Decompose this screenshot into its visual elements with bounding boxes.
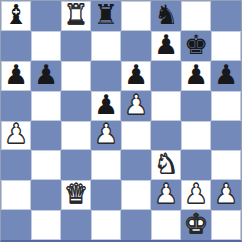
square-a8[interactable]: ♝ [1,1,31,31]
square-h7[interactable] [211,31,241,61]
square-b3[interactable] [31,150,61,180]
square-e2[interactable] [121,180,151,210]
square-f7[interactable]: ♟ [151,31,181,61]
chess-board: ♝♜♜♞♟♚♟♟♟♟♟♟♟♟♟♞♛♟♟♟♚ [0,0,242,242]
square-b5[interactable] [31,91,61,121]
square-f4[interactable] [151,121,181,151]
square-h5[interactable] [211,91,241,121]
square-d5[interactable]: ♟ [91,91,121,121]
black-pawn[interactable]: ♟ [154,31,178,60]
white-rook[interactable]: ♜ [64,1,88,30]
square-h1[interactable] [211,210,241,240]
square-f3[interactable]: ♞ [151,150,181,180]
square-d8[interactable]: ♜ [91,1,121,31]
white-pawn[interactable]: ♟ [184,180,208,209]
square-e1[interactable] [121,210,151,240]
square-g3[interactable] [181,150,211,180]
square-b8[interactable] [31,1,61,31]
black-pawn[interactable]: ♟ [184,61,208,90]
square-d4[interactable]: ♟ [91,121,121,151]
black-pawn[interactable]: ♟ [124,61,148,90]
square-h4[interactable] [211,121,241,151]
square-c6[interactable] [61,61,91,91]
square-a5[interactable] [1,91,31,121]
square-b7[interactable] [31,31,61,61]
square-b1[interactable] [31,210,61,240]
black-knight[interactable]: ♞ [154,1,178,30]
white-pawn[interactable]: ♟ [94,121,118,150]
black-rook[interactable]: ♜ [94,1,118,30]
square-h8[interactable] [211,1,241,31]
square-f8[interactable]: ♞ [151,1,181,31]
white-pawn[interactable]: ♟ [154,180,178,209]
square-a4[interactable]: ♟ [1,121,31,151]
white-pawn[interactable]: ♟ [4,121,28,150]
square-e4[interactable] [121,121,151,151]
square-b4[interactable] [31,121,61,151]
square-g5[interactable] [181,91,211,121]
black-pawn[interactable]: ♟ [214,61,238,90]
white-queen[interactable]: ♛ [64,180,88,209]
square-a7[interactable] [1,31,31,61]
square-e5[interactable]: ♟ [121,91,151,121]
square-d3[interactable] [91,150,121,180]
square-c7[interactable] [61,31,91,61]
square-b2[interactable] [31,180,61,210]
white-king[interactable]: ♚ [184,210,208,239]
square-c8[interactable]: ♜ [61,1,91,31]
square-h6[interactable]: ♟ [211,61,241,91]
square-d1[interactable] [91,210,121,240]
square-e6[interactable]: ♟ [121,61,151,91]
square-c1[interactable] [61,210,91,240]
square-h2[interactable]: ♟ [211,180,241,210]
square-g7[interactable]: ♚ [181,31,211,61]
white-knight[interactable]: ♞ [154,150,178,179]
square-e3[interactable] [121,150,151,180]
square-c2[interactable]: ♛ [61,180,91,210]
black-pawn[interactable]: ♟ [94,91,118,120]
white-pawn[interactable]: ♟ [124,91,148,120]
square-d2[interactable] [91,180,121,210]
square-a3[interactable] [1,150,31,180]
square-c5[interactable] [61,91,91,121]
square-e7[interactable] [121,31,151,61]
black-pawn[interactable]: ♟ [4,61,28,90]
square-e8[interactable] [121,1,151,31]
square-f1[interactable] [151,210,181,240]
square-a1[interactable] [1,210,31,240]
square-c3[interactable] [61,150,91,180]
black-pawn[interactable]: ♟ [34,61,58,90]
square-d7[interactable] [91,31,121,61]
square-a6[interactable]: ♟ [1,61,31,91]
square-f6[interactable] [151,61,181,91]
square-c4[interactable] [61,121,91,151]
square-d6[interactable] [91,61,121,91]
black-bishop[interactable]: ♝ [4,1,28,30]
square-a2[interactable] [1,180,31,210]
square-g4[interactable] [181,121,211,151]
square-g6[interactable]: ♟ [181,61,211,91]
square-b6[interactable]: ♟ [31,61,61,91]
square-g1[interactable]: ♚ [181,210,211,240]
square-f2[interactable]: ♟ [151,180,181,210]
square-h3[interactable] [211,150,241,180]
square-g2[interactable]: ♟ [181,180,211,210]
square-g8[interactable] [181,1,211,31]
square-f5[interactable] [151,91,181,121]
black-king[interactable]: ♚ [184,31,208,60]
white-pawn[interactable]: ♟ [214,180,238,209]
